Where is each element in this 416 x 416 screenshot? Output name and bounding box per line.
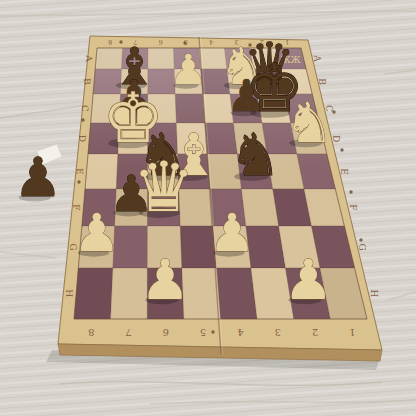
piece-black-pawn-c3: ♟ — [227, 71, 266, 121]
file-label-left-C: C — [80, 105, 90, 112]
piece-white-pawn-h2: ♟ — [283, 247, 333, 312]
piece-black-knight-e3: ♞ — [229, 121, 281, 189]
piece-white-pawn-h6: ♟ — [140, 247, 190, 312]
chessboard-photo: ЖЖ8877665544332211AABBCCDDEEFFGGHH♞♟♛♝♚♟… — [0, 0, 416, 416]
rank-label-bottom-7: 7 — [125, 327, 131, 338]
piece-white-pawn-g8: ♟ — [73, 202, 120, 263]
file-label-right-H: H — [369, 290, 379, 298]
file-label-left-E: E — [74, 168, 84, 175]
rank-label-bottom-3: 3 — [275, 327, 281, 338]
rim-pin-hole — [77, 180, 80, 183]
file-label-right-F: F — [348, 204, 358, 210]
chess-photo-stage: ЖЖ8877665544332211AABBCCDDEEFFGGHH♞♟♛♝♚♟… — [0, 0, 416, 416]
rim-pin-hole — [340, 148, 343, 151]
file-label-left-D: D — [77, 135, 87, 143]
rank-label-bottom-2: 2 — [312, 327, 318, 338]
piece-white-pawn-b5: ♟ — [170, 45, 207, 94]
rank-label-bottom-4: 4 — [237, 327, 243, 338]
file-label-left-H: H — [64, 289, 74, 297]
rank-label-bottom-1: 1 — [349, 327, 355, 338]
piece-black-pawn-captured: ♟ — [14, 146, 62, 209]
piece-white-knight-d1: ♞ — [284, 90, 334, 155]
rim-pin-hole — [349, 190, 352, 193]
rim-pin-hole — [211, 330, 214, 333]
file-label-right-A: A — [312, 54, 322, 62]
file-label-right-E: E — [339, 168, 349, 175]
file-label-right-B: B — [317, 78, 327, 85]
rim-pin-hole — [359, 238, 362, 241]
rank-label-bottom-6: 6 — [163, 327, 169, 338]
rank-label-bottom-8: 8 — [88, 327, 94, 338]
piece-white-pawn-g4: ♟ — [209, 202, 256, 263]
rank-label-top-4: 4 — [209, 38, 213, 46]
file-label-left-A: A — [84, 54, 94, 62]
rim-pin-hole — [81, 118, 84, 121]
file-label-right-G: G — [357, 243, 367, 250]
rank-label-bottom-5: 5 — [200, 327, 206, 338]
file-label-left-B: B — [82, 78, 92, 85]
rank-label-top-6: 6 — [159, 38, 163, 46]
